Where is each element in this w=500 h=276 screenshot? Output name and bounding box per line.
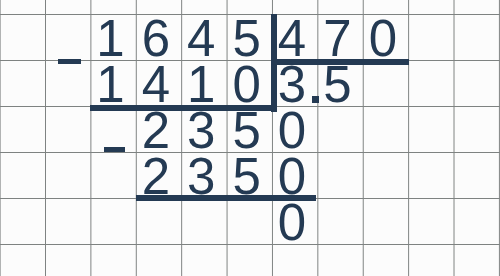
remainder-digit: 0 (269, 200, 314, 246)
step2-subtrahend-digit: 5 (224, 154, 269, 200)
minus-sign-step1 (58, 59, 81, 64)
step2-subtrahend-digit: 3 (179, 154, 224, 200)
graph-paper-sheet: 1 6 4 5 4 7 0 1 4 1 0 3 5 2 3 5 0 2 3 5 … (0, 0, 500, 276)
step2-subtrahend-digit: 2 (133, 154, 178, 200)
step1-subtrahend-digit: 1 (88, 62, 133, 108)
long-division-work: 1 6 4 5 4 7 0 1 4 1 0 3 5 2 3 5 0 2 3 5 … (0, 14, 500, 244)
subtraction-underline-1 (90, 105, 273, 111)
subtraction-underline-2 (136, 195, 316, 201)
division-bracket-horizontal-line (273, 59, 409, 65)
divisor-digit: 0 (360, 16, 405, 62)
quotient-digit: 5 (315, 62, 360, 108)
quotient-decimal-point (312, 96, 319, 103)
minus-sign-step2 (104, 147, 125, 152)
